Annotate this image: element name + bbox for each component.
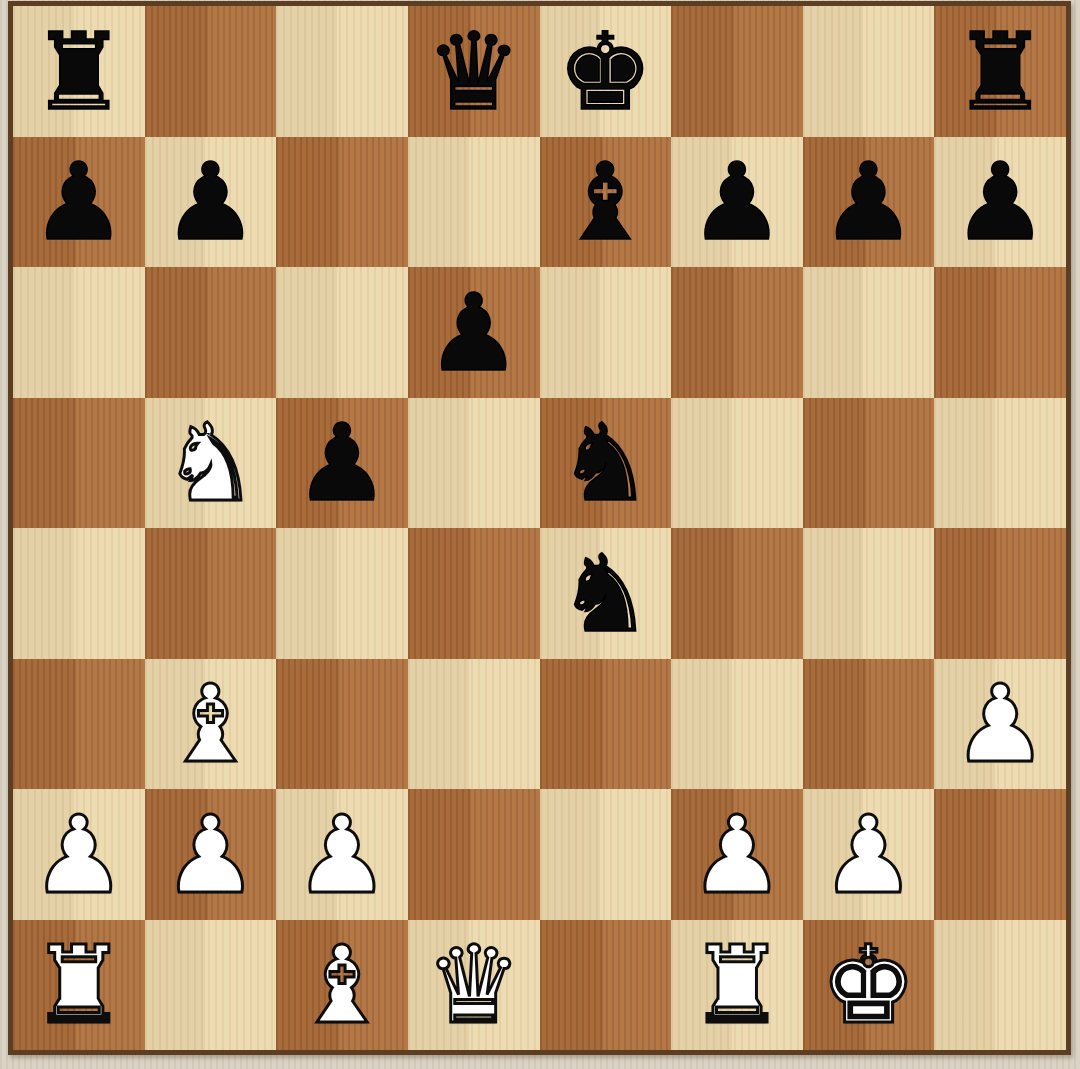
- square-h3[interactable]: ♟: [934, 659, 1066, 790]
- white-bishop[interactable]: ♝: [162, 671, 258, 778]
- black-pawn[interactable]: ♟: [821, 149, 917, 256]
- square-c4[interactable]: [276, 528, 408, 659]
- black-bishop[interactable]: ♝: [557, 149, 653, 256]
- square-b1[interactable]: [145, 920, 277, 1051]
- black-rook[interactable]: ♜: [31, 19, 127, 126]
- white-rook[interactable]: ♜: [689, 932, 785, 1039]
- square-h5[interactable]: [934, 398, 1066, 529]
- square-c8[interactable]: [276, 6, 408, 137]
- square-a7[interactable]: ♟: [13, 137, 145, 268]
- square-f5[interactable]: [671, 398, 803, 529]
- square-e8[interactable]: ♚: [540, 6, 672, 137]
- square-d4[interactable]: [408, 528, 540, 659]
- square-h6[interactable]: [934, 267, 1066, 398]
- black-knight[interactable]: ♞: [557, 410, 653, 517]
- square-c3[interactable]: [276, 659, 408, 790]
- square-e7[interactable]: ♝: [540, 137, 672, 268]
- square-d2[interactable]: [408, 789, 540, 920]
- chess-board-frame: ♜♛♚♜♟♟♝♟♟♟♟♞♟♞♞♝♟♟♟♟♟♟♜♝♛♜♚: [8, 1, 1071, 1055]
- white-pawn[interactable]: ♟: [162, 802, 258, 909]
- black-knight[interactable]: ♞: [557, 541, 653, 648]
- square-e2[interactable]: [540, 789, 672, 920]
- square-f1[interactable]: ♜: [671, 920, 803, 1051]
- square-e6[interactable]: [540, 267, 672, 398]
- square-b6[interactable]: [145, 267, 277, 398]
- square-a4[interactable]: [13, 528, 145, 659]
- square-b7[interactable]: ♟: [145, 137, 277, 268]
- black-pawn[interactable]: ♟: [31, 149, 127, 256]
- white-queen[interactable]: ♛: [426, 932, 522, 1039]
- square-d1[interactable]: ♛: [408, 920, 540, 1051]
- square-d6[interactable]: ♟: [408, 267, 540, 398]
- black-queen[interactable]: ♛: [426, 19, 522, 126]
- square-g8[interactable]: [803, 6, 935, 137]
- white-pawn[interactable]: ♟: [821, 802, 917, 909]
- square-h7[interactable]: ♟: [934, 137, 1066, 268]
- black-rook[interactable]: ♜: [952, 19, 1048, 126]
- square-g7[interactable]: ♟: [803, 137, 935, 268]
- square-b5[interactable]: ♞: [145, 398, 277, 529]
- square-d7[interactable]: [408, 137, 540, 268]
- square-a8[interactable]: ♜: [13, 6, 145, 137]
- square-b4[interactable]: [145, 528, 277, 659]
- square-h2[interactable]: [934, 789, 1066, 920]
- square-g6[interactable]: [803, 267, 935, 398]
- square-f3[interactable]: [671, 659, 803, 790]
- white-bishop[interactable]: ♝: [294, 932, 390, 1039]
- black-pawn[interactable]: ♟: [426, 280, 522, 387]
- square-f4[interactable]: [671, 528, 803, 659]
- black-pawn[interactable]: ♟: [952, 149, 1048, 256]
- square-f7[interactable]: ♟: [671, 137, 803, 268]
- square-d8[interactable]: ♛: [408, 6, 540, 137]
- white-pawn[interactable]: ♟: [689, 802, 785, 909]
- square-a3[interactable]: [13, 659, 145, 790]
- square-a5[interactable]: [13, 398, 145, 529]
- white-pawn[interactable]: ♟: [31, 802, 127, 909]
- square-h4[interactable]: [934, 528, 1066, 659]
- black-pawn[interactable]: ♟: [689, 149, 785, 256]
- square-b2[interactable]: ♟: [145, 789, 277, 920]
- white-pawn[interactable]: ♟: [294, 802, 390, 909]
- square-f2[interactable]: ♟: [671, 789, 803, 920]
- square-c6[interactable]: [276, 267, 408, 398]
- square-g1[interactable]: ♚: [803, 920, 935, 1051]
- black-pawn[interactable]: ♟: [294, 410, 390, 517]
- white-pawn[interactable]: ♟: [952, 671, 1048, 778]
- square-b3[interactable]: ♝: [145, 659, 277, 790]
- square-d5[interactable]: [408, 398, 540, 529]
- black-king[interactable]: ♚: [557, 19, 653, 126]
- square-g2[interactable]: ♟: [803, 789, 935, 920]
- square-g5[interactable]: [803, 398, 935, 529]
- square-c5[interactable]: ♟: [276, 398, 408, 529]
- square-h8[interactable]: ♜: [934, 6, 1066, 137]
- square-c1[interactable]: ♝: [276, 920, 408, 1051]
- square-g3[interactable]: [803, 659, 935, 790]
- square-f6[interactable]: [671, 267, 803, 398]
- white-king[interactable]: ♚: [821, 932, 917, 1039]
- square-e4[interactable]: ♞: [540, 528, 672, 659]
- square-a1[interactable]: ♜: [13, 920, 145, 1051]
- black-pawn[interactable]: ♟: [162, 149, 258, 256]
- page-background: { "game": "chess", "position": { "fen": …: [0, 0, 1080, 1069]
- square-e3[interactable]: [540, 659, 672, 790]
- white-knight[interactable]: ♞: [162, 410, 258, 517]
- square-c2[interactable]: ♟: [276, 789, 408, 920]
- square-g4[interactable]: [803, 528, 935, 659]
- square-e5[interactable]: ♞: [540, 398, 672, 529]
- chess-board: ♜♛♚♜♟♟♝♟♟♟♟♞♟♞♞♝♟♟♟♟♟♟♜♝♛♜♚: [13, 6, 1066, 1050]
- square-a6[interactable]: [13, 267, 145, 398]
- white-rook[interactable]: ♜: [31, 932, 127, 1039]
- square-a2[interactable]: ♟: [13, 789, 145, 920]
- square-b8[interactable]: [145, 6, 277, 137]
- square-d3[interactable]: [408, 659, 540, 790]
- square-h1[interactable]: [934, 920, 1066, 1051]
- square-e1[interactable]: [540, 920, 672, 1051]
- square-f8[interactable]: [671, 6, 803, 137]
- square-c7[interactable]: [276, 137, 408, 268]
